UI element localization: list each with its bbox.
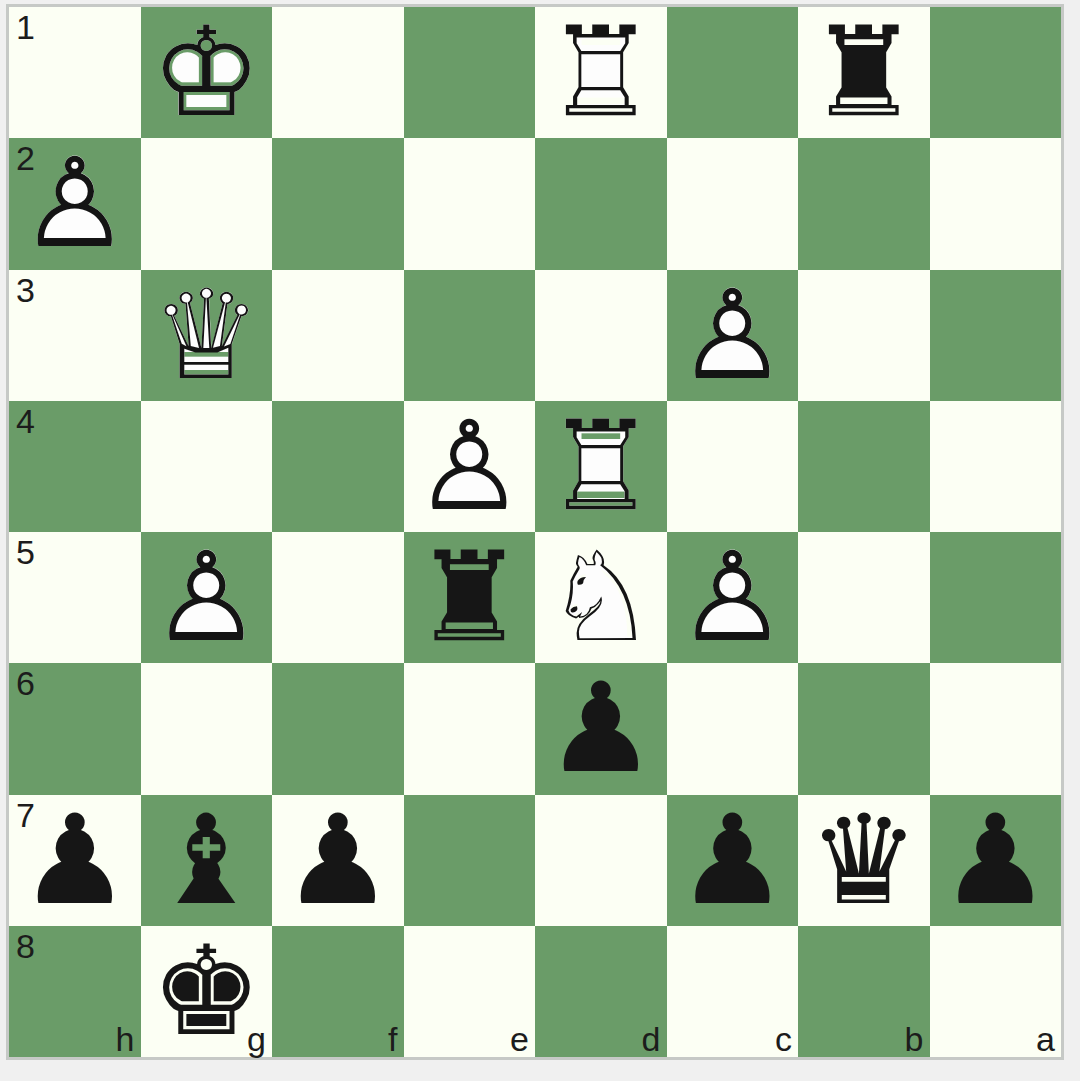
square-f4[interactable] [272,401,404,532]
piece-black-pawn-a7[interactable]: ♟ [930,795,1062,926]
square-g8[interactable]: ♚g [141,926,273,1057]
piece-white-queen-g3[interactable]: ♛♕ [141,270,273,401]
piece-black-pawn-c7[interactable]: ♟ [667,795,799,926]
square-e6[interactable] [404,663,536,794]
piece-white-pawn-c5[interactable]: ♟♙ [667,532,799,663]
square-h3[interactable]: 3 [9,270,141,401]
square-g6[interactable] [141,663,273,794]
square-a5[interactable] [930,532,1062,663]
square-g1[interactable]: ♚♔ [141,7,273,138]
square-d6[interactable]: ♟ [535,663,667,794]
square-h6[interactable]: 6 [9,663,141,794]
square-f8[interactable]: f [272,926,404,1057]
square-g7[interactable]: ♝ [141,795,273,926]
file-label-c: c [775,1019,792,1059]
pawn-glyph: ♟ [667,795,799,926]
rook-glyph: ♜ [798,7,930,138]
square-c2[interactable] [667,138,799,269]
square-c3[interactable]: ♟♙ [667,270,799,401]
square-e3[interactable] [404,270,536,401]
square-h7[interactable]: ♟7 [9,795,141,926]
rank-label-3: 3 [16,270,35,310]
square-a8[interactable]: a [930,926,1062,1057]
square-g5[interactable]: ♟♙ [141,532,273,663]
square-a4[interactable] [930,401,1062,532]
pawn-glyph-outline: ♙ [667,270,799,401]
piece-white-pawn-g5[interactable]: ♟♙ [141,532,273,663]
square-h5[interactable]: 5 [9,532,141,663]
king-glyph-outline: ♔ [141,7,273,138]
square-c6[interactable] [667,663,799,794]
rank-label-6: 6 [16,663,35,703]
file-label-g: g [247,1019,266,1059]
square-b2[interactable] [798,138,930,269]
piece-black-pawn-d6[interactable]: ♟ [535,663,667,794]
square-f2[interactable] [272,138,404,269]
piece-black-rook-b1[interactable]: ♜ [798,7,930,138]
square-c4[interactable] [667,401,799,532]
square-g4[interactable] [141,401,273,532]
bishop-glyph: ♝ [141,795,273,926]
square-c5[interactable]: ♟♙ [667,532,799,663]
rook-glyph-outline: ♖ [535,401,667,532]
square-d5[interactable]: ♞♘ [535,532,667,663]
file-label-f: f [388,1019,397,1059]
square-c8[interactable]: c [667,926,799,1057]
rook-glyph-outline: ♖ [535,7,667,138]
piece-white-pawn-e4[interactable]: ♟♙ [404,401,536,532]
piece-black-bishop-g7[interactable]: ♝ [141,795,273,926]
square-c1[interactable] [667,7,799,138]
knight-glyph-outline: ♘ [535,532,667,663]
square-d8[interactable]: d [535,926,667,1057]
file-label-a: a [1036,1019,1055,1059]
square-d7[interactable] [535,795,667,926]
square-f7[interactable]: ♟ [272,795,404,926]
square-e1[interactable] [404,7,536,138]
square-h1[interactable]: 1 [9,7,141,138]
piece-black-queen-b7[interactable]: ♛ [798,795,930,926]
square-d1[interactable]: ♜♖ [535,7,667,138]
rook-glyph: ♜ [404,532,536,663]
square-f5[interactable] [272,532,404,663]
square-b7[interactable]: ♛ [798,795,930,926]
square-h2[interactable]: ♟♙2 [9,138,141,269]
square-d3[interactable] [535,270,667,401]
piece-black-rook-e5[interactable]: ♜ [404,532,536,663]
pawn-glyph-outline: ♙ [667,532,799,663]
file-label-d: d [642,1019,661,1059]
square-e8[interactable]: e [404,926,536,1057]
rank-label-2: 2 [16,138,35,178]
square-e2[interactable] [404,138,536,269]
file-label-h: h [116,1019,135,1059]
square-b5[interactable] [798,532,930,663]
pawn-glyph-outline: ♙ [141,532,273,663]
square-g3[interactable]: ♛♕ [141,270,273,401]
pawn-glyph: ♟ [535,663,667,794]
square-a3[interactable] [930,270,1062,401]
piece-white-rook-d1[interactable]: ♜♖ [535,7,667,138]
square-b4[interactable] [798,401,930,532]
piece-black-pawn-f7[interactable]: ♟ [272,795,404,926]
square-h4[interactable]: 4 [9,401,141,532]
square-b6[interactable] [798,663,930,794]
square-d4[interactable]: ♜♖ [535,401,667,532]
square-e7[interactable] [404,795,536,926]
square-e5[interactable]: ♜ [404,532,536,663]
piece-white-pawn-c3[interactable]: ♟♙ [667,270,799,401]
file-label-e: e [510,1019,529,1059]
pawn-glyph: ♟ [930,795,1062,926]
square-a7[interactable]: ♟ [930,795,1062,926]
square-b3[interactable] [798,270,930,401]
square-c7[interactable]: ♟ [667,795,799,926]
square-d2[interactable] [535,138,667,269]
pawn-glyph: ♟ [272,795,404,926]
rank-label-5: 5 [16,532,35,572]
square-g2[interactable] [141,138,273,269]
queen-glyph: ♛ [798,795,930,926]
square-f3[interactable] [272,270,404,401]
pawn-glyph-outline: ♙ [404,401,536,532]
rank-label-1: 1 [16,7,35,47]
rank-label-4: 4 [16,401,35,441]
rank-label-7: 7 [16,795,35,835]
square-f6[interactable] [272,663,404,794]
square-a2[interactable] [930,138,1062,269]
piece-white-knight-d5[interactable]: ♞♘ [535,532,667,663]
square-h8[interactable]: 8h [9,926,141,1057]
square-b8[interactable]: b [798,926,930,1057]
file-label-b: b [905,1019,924,1059]
square-f1[interactable] [272,7,404,138]
piece-white-rook-d4[interactable]: ♜♖ [535,401,667,532]
chess-board: 1♚♔♜♖♜♟♙23♛♕♟♙4♟♙♜♖5♟♙♜♞♘♟♙6♟♟7♝♟♟♛♟8h♚g… [6,4,1064,1060]
square-e4[interactable]: ♟♙ [404,401,536,532]
queen-glyph-outline: ♕ [141,270,273,401]
square-b1[interactable]: ♜ [798,7,930,138]
piece-white-king-g1[interactable]: ♚♔ [141,7,273,138]
square-a1[interactable] [930,7,1062,138]
square-a6[interactable] [930,663,1062,794]
rank-label-8: 8 [16,926,35,966]
